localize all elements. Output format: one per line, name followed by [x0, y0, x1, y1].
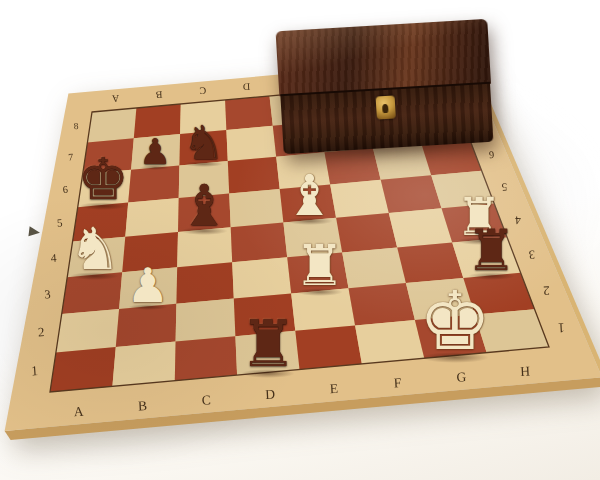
grain-b7: [131, 134, 180, 170]
file-label-bottom-g: G: [456, 369, 467, 385]
file-label-bottom-e: E: [329, 381, 338, 396]
grain-a8: [87, 108, 136, 142]
rank-label-left-3: 3: [44, 287, 51, 301]
grain-c6: [179, 161, 230, 198]
file-label-bottom-h: H: [520, 363, 531, 379]
file-label-top-b: B: [155, 89, 163, 100]
square-b8: [134, 104, 181, 138]
rank-label-right-2: 2: [543, 283, 550, 298]
file-label-bottom-b: B: [138, 398, 148, 413]
file-label-top-c: C: [199, 85, 207, 96]
file-label-bottom-f: F: [393, 375, 402, 390]
rank-label-right-3: 3: [529, 248, 536, 262]
file-label-bottom-d: D: [265, 386, 276, 402]
square-f1: [355, 320, 424, 364]
rank-label-right-4: 4: [515, 213, 522, 226]
box-latch-icon: [376, 96, 396, 120]
rank-label-right-1: 1: [557, 320, 565, 335]
rank-label-left-6: 6: [62, 184, 68, 195]
wooden-chess-box: [276, 19, 495, 154]
file-label-top-a: A: [111, 93, 120, 104]
file-label-top-d: D: [243, 81, 251, 92]
rank-label-left-2: 2: [38, 325, 45, 339]
square-c8: [180, 100, 226, 134]
rank-label-left-1: 1: [31, 363, 39, 378]
photo-scene: ABCDEFGHABCD876543217654321 ♚♟♞♝♜♜♝♜♜♞♟♚: [0, 0, 600, 480]
square-c7: [179, 130, 227, 166]
side-arrow-marker: [28, 226, 40, 237]
rank-label-left-7: 7: [68, 151, 74, 162]
file-label-bottom-c: C: [201, 392, 211, 407]
grain-a7: [83, 138, 134, 174]
rank-label-left-4: 4: [50, 252, 57, 265]
file-label-bottom-a: A: [73, 404, 84, 420]
